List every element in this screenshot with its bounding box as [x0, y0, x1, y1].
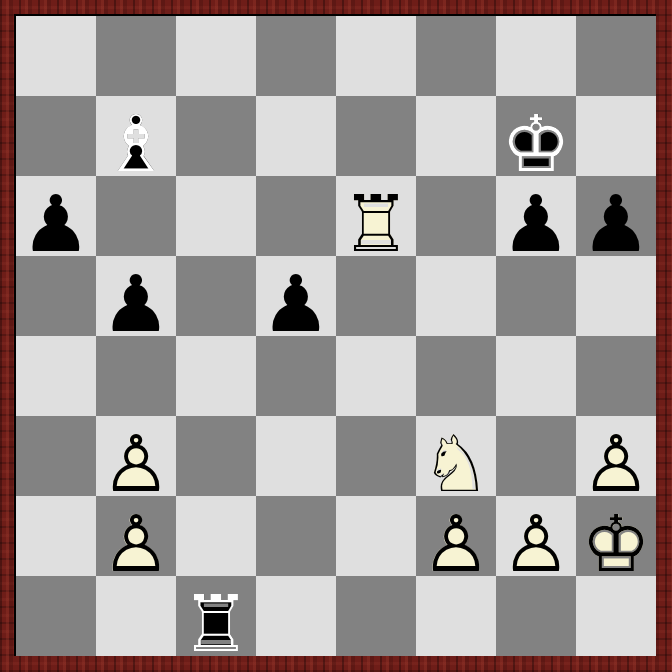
- wooden-frame: ♝♗♚♔♟♜♖♟♟♟♟♟♙♞♘♟♙♟♙♟♙♟♙♚♔♜♖: [0, 0, 672, 672]
- square-a5[interactable]: [16, 256, 96, 336]
- white-pawn-glyph-fill: ♟: [96, 496, 176, 576]
- white-pawn-glyph-outline: ♙: [496, 496, 576, 576]
- white-rook-glyph-outline: ♖: [336, 176, 416, 256]
- square-d1[interactable]: [256, 576, 336, 656]
- square-f2[interactable]: ♟♙: [416, 496, 496, 576]
- square-d4[interactable]: [256, 336, 336, 416]
- square-g2[interactable]: ♟♙: [496, 496, 576, 576]
- square-b3[interactable]: ♟♙: [96, 416, 176, 496]
- square-b7[interactable]: ♝♗: [96, 96, 176, 176]
- white-pawn-glyph-outline: ♙: [96, 416, 176, 496]
- piece-black-rook[interactable]: ♜♖: [176, 576, 256, 656]
- square-c6[interactable]: [176, 176, 256, 256]
- piece-white-pawn[interactable]: ♟♙: [416, 496, 496, 576]
- white-knight-glyph-fill: ♞: [416, 416, 496, 496]
- square-d7[interactable]: [256, 96, 336, 176]
- square-b8[interactable]: [96, 16, 176, 96]
- square-e5[interactable]: [336, 256, 416, 336]
- square-f4[interactable]: [416, 336, 496, 416]
- piece-white-rook[interactable]: ♜♖: [336, 176, 416, 256]
- square-e1[interactable]: [336, 576, 416, 656]
- white-pawn-glyph-fill: ♟: [96, 416, 176, 496]
- piece-black-pawn[interactable]: ♟: [576, 176, 656, 256]
- square-d2[interactable]: [256, 496, 336, 576]
- black-pawn-glyph-fill: ♟: [496, 176, 576, 256]
- piece-white-pawn[interactable]: ♟♙: [496, 496, 576, 576]
- square-f6[interactable]: [416, 176, 496, 256]
- square-f8[interactable]: [416, 16, 496, 96]
- piece-black-pawn[interactable]: ♟: [256, 256, 336, 336]
- square-a1[interactable]: [16, 576, 96, 656]
- square-c7[interactable]: [176, 96, 256, 176]
- black-pawn-glyph-fill: ♟: [16, 176, 96, 256]
- square-b5[interactable]: ♟: [96, 256, 176, 336]
- black-king-glyph-fill: ♚: [496, 96, 576, 176]
- square-e4[interactable]: [336, 336, 416, 416]
- square-d6[interactable]: [256, 176, 336, 256]
- square-h1[interactable]: [576, 576, 656, 656]
- square-b2[interactable]: ♟♙: [96, 496, 176, 576]
- square-c3[interactable]: [176, 416, 256, 496]
- piece-white-pawn[interactable]: ♟♙: [576, 416, 656, 496]
- square-b4[interactable]: [96, 336, 176, 416]
- black-bishop-glyph-fill: ♝: [96, 96, 176, 176]
- piece-white-pawn[interactable]: ♟♙: [96, 416, 176, 496]
- square-g8[interactable]: [496, 16, 576, 96]
- square-d3[interactable]: [256, 416, 336, 496]
- piece-black-pawn[interactable]: ♟: [96, 256, 176, 336]
- white-rook-glyph-fill: ♜: [336, 176, 416, 256]
- square-a8[interactable]: [16, 16, 96, 96]
- white-knight-glyph-outline: ♘: [416, 416, 496, 496]
- square-e7[interactable]: [336, 96, 416, 176]
- square-g1[interactable]: [496, 576, 576, 656]
- white-king-glyph-fill: ♚: [576, 496, 656, 576]
- square-h8[interactable]: [576, 16, 656, 96]
- square-a2[interactable]: [16, 496, 96, 576]
- square-h3[interactable]: ♟♙: [576, 416, 656, 496]
- piece-black-pawn[interactable]: ♟: [496, 176, 576, 256]
- square-g5[interactable]: [496, 256, 576, 336]
- white-pawn-glyph-fill: ♟: [416, 496, 496, 576]
- square-e2[interactable]: [336, 496, 416, 576]
- black-pawn-glyph-fill: ♟: [576, 176, 656, 256]
- black-rook-glyph-outline: ♖: [176, 576, 256, 656]
- black-pawn-glyph-fill: ♟: [96, 256, 176, 336]
- square-h6[interactable]: ♟: [576, 176, 656, 256]
- square-a6[interactable]: ♟: [16, 176, 96, 256]
- square-f5[interactable]: [416, 256, 496, 336]
- square-c8[interactable]: [176, 16, 256, 96]
- square-f7[interactable]: [416, 96, 496, 176]
- square-g6[interactable]: ♟: [496, 176, 576, 256]
- square-h4[interactable]: [576, 336, 656, 416]
- square-c1[interactable]: ♜♖: [176, 576, 256, 656]
- square-e6[interactable]: ♜♖: [336, 176, 416, 256]
- square-c2[interactable]: [176, 496, 256, 576]
- square-e3[interactable]: [336, 416, 416, 496]
- piece-black-bishop[interactable]: ♝♗: [96, 96, 176, 176]
- square-c4[interactable]: [176, 336, 256, 416]
- square-g3[interactable]: [496, 416, 576, 496]
- square-f1[interactable]: [416, 576, 496, 656]
- black-rook-glyph-fill: ♜: [176, 576, 256, 656]
- piece-black-king[interactable]: ♚♔: [496, 96, 576, 176]
- black-king-glyph-outline: ♔: [496, 96, 576, 176]
- piece-white-king[interactable]: ♚♔: [576, 496, 656, 576]
- square-e8[interactable]: [336, 16, 416, 96]
- square-b6[interactable]: [96, 176, 176, 256]
- white-pawn-glyph-outline: ♙: [96, 496, 176, 576]
- square-c5[interactable]: [176, 256, 256, 336]
- square-d5[interactable]: ♟: [256, 256, 336, 336]
- square-b1[interactable]: [96, 576, 176, 656]
- white-king-glyph-outline: ♔: [576, 496, 656, 576]
- square-d8[interactable]: [256, 16, 336, 96]
- piece-white-pawn[interactable]: ♟♙: [96, 496, 176, 576]
- square-h5[interactable]: [576, 256, 656, 336]
- black-bishop-glyph-outline: ♗: [96, 96, 176, 176]
- black-pawn-glyph-fill: ♟: [256, 256, 336, 336]
- square-f3[interactable]: ♞♘: [416, 416, 496, 496]
- square-h2[interactable]: ♚♔: [576, 496, 656, 576]
- chess-board[interactable]: ♝♗♚♔♟♜♖♟♟♟♟♟♙♞♘♟♙♟♙♟♙♟♙♚♔♜♖: [14, 14, 656, 656]
- square-a7[interactable]: [16, 96, 96, 176]
- piece-white-knight[interactable]: ♞♘: [416, 416, 496, 496]
- white-pawn-glyph-outline: ♙: [416, 496, 496, 576]
- square-a3[interactable]: [16, 416, 96, 496]
- piece-black-pawn[interactable]: ♟: [16, 176, 96, 256]
- white-pawn-glyph-fill: ♟: [496, 496, 576, 576]
- white-pawn-glyph-fill: ♟: [576, 416, 656, 496]
- square-g7[interactable]: ♚♔: [496, 96, 576, 176]
- white-pawn-glyph-outline: ♙: [576, 416, 656, 496]
- square-h7[interactable]: [576, 96, 656, 176]
- square-g4[interactable]: [496, 336, 576, 416]
- square-a4[interactable]: [16, 336, 96, 416]
